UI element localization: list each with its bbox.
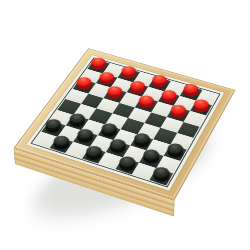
black-checker[interactable]: [43, 121, 64, 135]
red-checker[interactable]: [136, 98, 156, 111]
black-checker[interactable]: [150, 169, 171, 185]
black-checker[interactable]: [131, 135, 152, 150]
red-checker[interactable]: [168, 107, 188, 121]
red-checker[interactable]: [159, 92, 179, 105]
box-top-wooden-frame: [14, 48, 236, 200]
black-checker[interactable]: [83, 148, 104, 163]
photo-background: [0, 0, 250, 250]
black-checker[interactable]: [67, 115, 88, 129]
black-checker[interactable]: [75, 131, 96, 145]
black-checker[interactable]: [141, 152, 162, 167]
scene: [0, 0, 250, 250]
red-checker[interactable]: [105, 88, 125, 101]
wooden-game-box: [14, 48, 236, 200]
square-b1[interactable]: [49, 136, 73, 153]
red-checker[interactable]: [191, 101, 211, 115]
